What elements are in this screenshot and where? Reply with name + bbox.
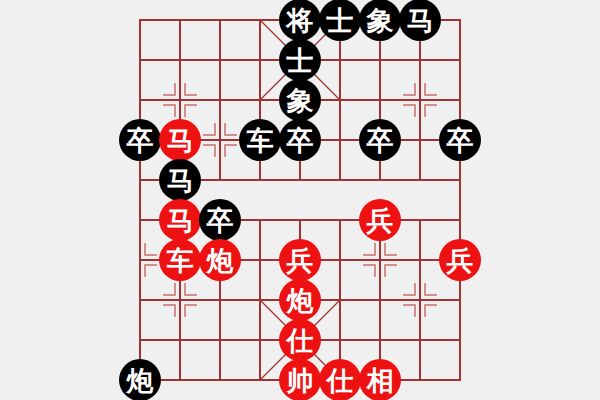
piece-black-chariot[interactable]: 车 — [239, 119, 281, 161]
piece-red-cannon[interactable]: 炮 — [279, 279, 321, 321]
piece-red-pawn[interactable]: 兵 — [359, 199, 401, 241]
piece-black-pawn[interactable]: 卒 — [359, 119, 401, 161]
piece-red-cannon[interactable]: 炮 — [199, 239, 241, 281]
piece-red-horse[interactable]: 马 — [159, 199, 201, 241]
piece-black-elephant[interactable]: 象 — [359, 0, 401, 41]
piece-red-pawn[interactable]: 兵 — [439, 239, 481, 281]
piece-red-horse[interactable]: 马 — [159, 119, 201, 161]
piece-black-pawn[interactable]: 卒 — [119, 119, 161, 161]
piece-red-general[interactable]: 帅 — [279, 359, 321, 400]
piece-black-horse[interactable]: 马 — [159, 159, 201, 201]
piece-red-chariot[interactable]: 车 — [159, 239, 201, 281]
piece-black-elephant[interactable]: 象 — [279, 79, 321, 121]
piece-red-pawn[interactable]: 兵 — [279, 239, 321, 281]
piece-red-elephant[interactable]: 相 — [359, 359, 401, 400]
piece-black-pawn[interactable]: 卒 — [279, 119, 321, 161]
app-background: 将士象马士象卒马车卒卒卒马马卒兵车炮兵兵炮仕炮帅仕相 — [0, 0, 600, 400]
piece-black-advisor[interactable]: 士 — [279, 39, 321, 81]
piece-black-pawn[interactable]: 卒 — [199, 199, 241, 241]
piece-red-advisor[interactable]: 仕 — [279, 319, 321, 361]
piece-black-general[interactable]: 将 — [279, 0, 321, 41]
piece-layer: 将士象马士象卒马车卒卒卒马马卒兵车炮兵兵炮仕炮帅仕相 — [0, 0, 600, 400]
piece-black-pawn[interactable]: 卒 — [439, 119, 481, 161]
piece-black-horse[interactable]: 马 — [399, 0, 441, 41]
screenshot-root: { "game": "xiangqi", "position": { "fen"… — [0, 0, 600, 400]
piece-black-cannon[interactable]: 炮 — [119, 359, 161, 400]
xiangqi-board[interactable]: 将士象马士象卒马车卒卒卒马马卒兵车炮兵兵炮仕炮帅仕相 — [0, 0, 600, 400]
piece-black-advisor[interactable]: 士 — [319, 0, 361, 41]
piece-red-advisor[interactable]: 仕 — [319, 359, 361, 400]
